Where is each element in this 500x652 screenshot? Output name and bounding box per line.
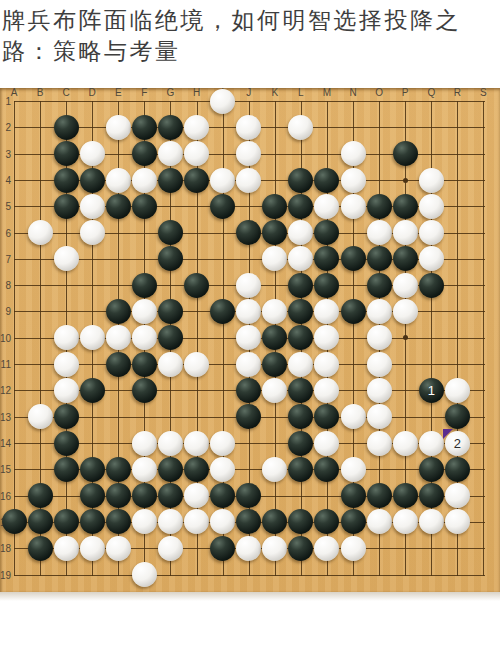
board-point[interactable]: [366, 404, 392, 430]
board-point[interactable]: [392, 272, 418, 298]
board-point[interactable]: [53, 351, 79, 377]
board-point[interactable]: [392, 193, 418, 219]
board-point[interactable]: 2: [444, 430, 470, 456]
black-stone: [288, 273, 313, 298]
board-point[interactable]: [444, 404, 470, 430]
board-point[interactable]: [262, 509, 288, 535]
board-point[interactable]: [131, 167, 157, 193]
board-point[interactable]: [366, 325, 392, 351]
black-stone: [288, 325, 313, 350]
black-stone: [367, 483, 392, 508]
black-stone: [80, 509, 105, 534]
board-point[interactable]: [340, 167, 366, 193]
board-point[interactable]: [392, 219, 418, 245]
board-point[interactable]: [288, 456, 314, 482]
white-stone: [28, 404, 53, 429]
board-point[interactable]: [157, 456, 183, 482]
black-stone: [158, 168, 183, 193]
white-stone: [210, 168, 235, 193]
board-point[interactable]: [131, 482, 157, 508]
board-point[interactable]: [105, 509, 131, 535]
board-point[interactable]: [236, 325, 262, 351]
board-point[interactable]: [184, 430, 210, 456]
board-point[interactable]: [444, 377, 470, 403]
black-stone: [367, 194, 392, 219]
board-point[interactable]: [79, 456, 105, 482]
board-point[interactable]: [210, 535, 236, 561]
board-point[interactable]: [184, 272, 210, 298]
board-point[interactable]: [314, 377, 340, 403]
board-point[interactable]: [288, 272, 314, 298]
board-point[interactable]: [157, 482, 183, 508]
black-stone: [54, 509, 79, 534]
board-point[interactable]: [288, 430, 314, 456]
white-stone: [419, 168, 444, 193]
white-stone: [288, 115, 313, 140]
white-stone: [262, 457, 287, 482]
white-stone: [80, 220, 105, 245]
board-point[interactable]: [157, 167, 183, 193]
board-point[interactable]: [418, 246, 444, 272]
board-point[interactable]: [27, 535, 53, 561]
white-stone: [341, 194, 366, 219]
board-point[interactable]: [314, 509, 340, 535]
board-point[interactable]: [27, 482, 53, 508]
board-point[interactable]: [79, 482, 105, 508]
board-point[interactable]: [340, 404, 366, 430]
black-stone: [262, 325, 287, 350]
board-point[interactable]: [340, 298, 366, 324]
board-point[interactable]: [418, 219, 444, 245]
board-point[interactable]: [105, 482, 131, 508]
board-point[interactable]: [288, 404, 314, 430]
white-stone: [236, 115, 261, 140]
board-point[interactable]: [444, 509, 470, 535]
board-point[interactable]: [53, 404, 79, 430]
board-point[interactable]: [366, 272, 392, 298]
board-point[interactable]: [53, 193, 79, 219]
white-stone: [184, 352, 209, 377]
board-point[interactable]: [288, 298, 314, 324]
board-point[interactable]: [314, 456, 340, 482]
board-point[interactable]: [105, 456, 131, 482]
black-stone: [393, 246, 418, 271]
board-point[interactable]: [418, 272, 444, 298]
board-point[interactable]: [131, 141, 157, 167]
board-point[interactable]: [236, 141, 262, 167]
board-point[interactable]: [236, 167, 262, 193]
board-point[interactable]: [366, 298, 392, 324]
board-point[interactable]: [314, 219, 340, 245]
triangle-marker-icon: [443, 429, 453, 439]
board-point[interactable]: [131, 561, 157, 587]
black-stone: [132, 483, 157, 508]
black-stone: [419, 273, 444, 298]
white-stone: [236, 352, 261, 377]
board-point[interactable]: [53, 377, 79, 403]
black-stone: [106, 483, 131, 508]
board-point[interactable]: [366, 482, 392, 508]
black-stone: [54, 141, 79, 166]
white-stone: [236, 536, 261, 561]
board-point[interactable]: [366, 509, 392, 535]
board-point[interactable]: [53, 114, 79, 140]
board-point[interactable]: [53, 246, 79, 272]
white-stone: [288, 220, 313, 245]
black-stone: [54, 431, 79, 456]
board-point[interactable]: [288, 167, 314, 193]
board-point[interactable]: [210, 509, 236, 535]
board-point[interactable]: [27, 509, 53, 535]
black-stone: [314, 457, 339, 482]
board-point[interactable]: [157, 325, 183, 351]
board-point[interactable]: [53, 430, 79, 456]
board-point[interactable]: [366, 377, 392, 403]
board-point[interactable]: [210, 456, 236, 482]
white-stone: [132, 299, 157, 324]
white-stone: [210, 509, 235, 534]
black-stone: [80, 483, 105, 508]
board-point[interactable]: [79, 509, 105, 535]
white-stone: [210, 431, 235, 456]
board-point[interactable]: [105, 298, 131, 324]
white-stone: [132, 562, 157, 587]
board-point[interactable]: [105, 193, 131, 219]
white-stone: [132, 457, 157, 482]
black-stone: [158, 483, 183, 508]
white-stone: [367, 509, 392, 534]
board-point[interactable]: [236, 114, 262, 140]
board-point[interactable]: [184, 482, 210, 508]
black-stone: [184, 168, 209, 193]
white-stone: [262, 299, 287, 324]
black-stone: [314, 220, 339, 245]
board-point[interactable]: [392, 482, 418, 508]
white-stone: [210, 89, 235, 114]
board-point[interactable]: [444, 456, 470, 482]
board-point[interactable]: [288, 193, 314, 219]
board-point[interactable]: [131, 456, 157, 482]
board-point[interactable]: [157, 351, 183, 377]
board-point[interactable]: [340, 456, 366, 482]
white-stone: [393, 273, 418, 298]
board-point[interactable]: [418, 482, 444, 508]
black-stone: [341, 509, 366, 534]
white-stone: [288, 352, 313, 377]
board-point[interactable]: [27, 404, 53, 430]
board-point[interactable]: [131, 193, 157, 219]
black-stone: [210, 536, 235, 561]
board-point[interactable]: [392, 430, 418, 456]
board-point[interactable]: [444, 482, 470, 508]
board-point[interactable]: [262, 298, 288, 324]
white-stone: [54, 536, 79, 561]
board-point[interactable]: [366, 430, 392, 456]
board-point[interactable]: 1: [418, 377, 444, 403]
board-point[interactable]: [262, 456, 288, 482]
board-point[interactable]: [340, 482, 366, 508]
white-stone: [54, 325, 79, 350]
board-point[interactable]: [131, 298, 157, 324]
board-point[interactable]: [340, 141, 366, 167]
board-point[interactable]: [418, 509, 444, 535]
black-stone: [262, 352, 287, 377]
board-point[interactable]: [53, 535, 79, 561]
black-stone: [132, 273, 157, 298]
board-point[interactable]: [105, 325, 131, 351]
board-point[interactable]: [105, 535, 131, 561]
board-point[interactable]: [288, 377, 314, 403]
white-stone: [54, 246, 79, 271]
white-stone: [314, 325, 339, 350]
board-point[interactable]: [131, 509, 157, 535]
board-point[interactable]: [314, 351, 340, 377]
board-point[interactable]: [340, 246, 366, 272]
board-point[interactable]: [314, 298, 340, 324]
black-stone: [54, 168, 79, 193]
white-stone: [54, 378, 79, 403]
black-stone: [367, 273, 392, 298]
black-stone: [106, 457, 131, 482]
board-point[interactable]: [418, 167, 444, 193]
board-point[interactable]: [262, 377, 288, 403]
board-point[interactable]: [105, 351, 131, 377]
black-stone: [236, 220, 261, 245]
white-stone: [367, 325, 392, 350]
board-point[interactable]: [236, 298, 262, 324]
white-stone: [341, 141, 366, 166]
board-point[interactable]: [392, 141, 418, 167]
white-stone: [367, 352, 392, 377]
board-point[interactable]: [392, 298, 418, 324]
board-point[interactable]: [210, 167, 236, 193]
black-stone: [158, 457, 183, 482]
black-stone: [28, 536, 53, 561]
board-point[interactable]: [236, 351, 262, 377]
board-point[interactable]: [236, 509, 262, 535]
white-stone: [158, 536, 183, 561]
black-stone: [236, 483, 261, 508]
board-point[interactable]: [288, 219, 314, 245]
white-stone: [367, 404, 392, 429]
page-title: 牌兵布阵面临绝境，如何明智选择投降之路：策略与考量: [0, 0, 500, 67]
board-point[interactable]: [340, 535, 366, 561]
board-point[interactable]: [79, 325, 105, 351]
board-point[interactable]: [53, 509, 79, 535]
black-stone: [341, 246, 366, 271]
board-point[interactable]: [366, 219, 392, 245]
board-point[interactable]: [236, 219, 262, 245]
board-point[interactable]: [210, 430, 236, 456]
board-point[interactable]: [288, 246, 314, 272]
board-point[interactable]: [131, 351, 157, 377]
board-point[interactable]: [131, 325, 157, 351]
black-stone: [393, 194, 418, 219]
board-point[interactable]: [79, 167, 105, 193]
white-stone: [80, 536, 105, 561]
black-stone: [106, 352, 131, 377]
white-stone: [132, 168, 157, 193]
white-stone: [54, 352, 79, 377]
white-stone: [80, 194, 105, 219]
board-point[interactable]: [236, 535, 262, 561]
board-point[interactable]: [184, 351, 210, 377]
black-stone: [28, 483, 53, 508]
black-stone: [236, 404, 261, 429]
white-stone: [262, 246, 287, 271]
board-point[interactable]: [131, 377, 157, 403]
board-grid: 12: [1, 88, 496, 588]
board-point[interactable]: [157, 509, 183, 535]
black-stone: [184, 457, 209, 482]
black-stone: [262, 509, 287, 534]
board-point[interactable]: [288, 535, 314, 561]
board-point[interactable]: [157, 535, 183, 561]
white-stone: [367, 220, 392, 245]
board-point[interactable]: [366, 351, 392, 377]
white-stone: [106, 536, 131, 561]
board-point[interactable]: [157, 219, 183, 245]
board-point[interactable]: [27, 219, 53, 245]
black-stone: [28, 509, 53, 534]
board-point[interactable]: [340, 509, 366, 535]
board-point[interactable]: [157, 298, 183, 324]
board-point[interactable]: [314, 246, 340, 272]
board-point[interactable]: [157, 430, 183, 456]
board-point[interactable]: [79, 219, 105, 245]
white-stone: [367, 299, 392, 324]
board-point[interactable]: [210, 193, 236, 219]
board-point[interactable]: [131, 272, 157, 298]
white-stone: [184, 509, 209, 534]
board-point[interactable]: [314, 404, 340, 430]
white-stone: [262, 378, 287, 403]
board-point[interactable]: [184, 456, 210, 482]
white-stone: [445, 483, 470, 508]
white-stone: [393, 509, 418, 534]
white-stone: [236, 325, 261, 350]
black-stone: [236, 509, 261, 534]
black-stone: [54, 115, 79, 140]
black-stone: [367, 246, 392, 271]
board-point[interactable]: [314, 430, 340, 456]
board-point[interactable]: [157, 141, 183, 167]
board-point[interactable]: [157, 114, 183, 140]
white-stone: [314, 299, 339, 324]
board-point[interactable]: [105, 114, 131, 140]
white-stone: [341, 457, 366, 482]
board-point[interactable]: [236, 272, 262, 298]
board-point[interactable]: [131, 430, 157, 456]
white-stone: [367, 378, 392, 403]
board-point[interactable]: [131, 114, 157, 140]
board-point[interactable]: [210, 298, 236, 324]
board-point[interactable]: [53, 167, 79, 193]
black-stone: [262, 194, 287, 219]
board-point[interactable]: [262, 193, 288, 219]
white-stone: [419, 509, 444, 534]
white-stone: [341, 168, 366, 193]
board-point[interactable]: [184, 167, 210, 193]
white-stone: [80, 325, 105, 350]
board-point[interactable]: [79, 377, 105, 403]
white-stone: [184, 115, 209, 140]
white-stone: [106, 115, 131, 140]
board-point[interactable]: [184, 509, 210, 535]
black-stone: [288, 431, 313, 456]
black-stone: [132, 352, 157, 377]
board-point[interactable]: [288, 509, 314, 535]
white-stone: [445, 509, 470, 534]
white-stone: [341, 536, 366, 561]
black-stone: [80, 378, 105, 403]
black-stone: [210, 194, 235, 219]
board-point[interactable]: [418, 430, 444, 456]
white-stone: [106, 168, 131, 193]
board-point[interactable]: [53, 325, 79, 351]
board-point[interactable]: [236, 377, 262, 403]
board-point[interactable]: [210, 88, 236, 114]
white-stone: [288, 246, 313, 271]
board-point[interactable]: [288, 325, 314, 351]
board-point[interactable]: [105, 167, 131, 193]
board-point[interactable]: [210, 482, 236, 508]
black-stone: [314, 509, 339, 534]
board-point[interactable]: [236, 404, 262, 430]
board-point[interactable]: [79, 535, 105, 561]
board-point[interactable]: [314, 535, 340, 561]
board-point[interactable]: [418, 456, 444, 482]
board-point[interactable]: [262, 325, 288, 351]
black-stone: [210, 299, 235, 324]
board-point[interactable]: [157, 246, 183, 272]
board-point[interactable]: [340, 193, 366, 219]
board-point[interactable]: [79, 141, 105, 167]
board-point[interactable]: [288, 114, 314, 140]
board-point[interactable]: [392, 246, 418, 272]
black-stone: [314, 168, 339, 193]
white-stone: [314, 431, 339, 456]
board-point[interactable]: [53, 141, 79, 167]
white-stone: [393, 299, 418, 324]
board-point[interactable]: [418, 193, 444, 219]
board-point[interactable]: [314, 193, 340, 219]
board-point[interactable]: [262, 246, 288, 272]
white-stone: [445, 378, 470, 403]
board-point[interactable]: [314, 272, 340, 298]
black-stone: [80, 457, 105, 482]
white-stone: [236, 168, 261, 193]
black-stone: [54, 404, 79, 429]
board-point[interactable]: [314, 325, 340, 351]
board-point[interactable]: [314, 167, 340, 193]
board-point[interactable]: [288, 351, 314, 377]
board-point[interactable]: [366, 246, 392, 272]
board-point[interactable]: [79, 193, 105, 219]
board-point[interactable]: [184, 114, 210, 140]
board-point[interactable]: [53, 456, 79, 482]
board-point[interactable]: [1, 509, 27, 535]
board-point[interactable]: [184, 141, 210, 167]
board-point[interactable]: [366, 193, 392, 219]
board-point[interactable]: [262, 535, 288, 561]
white-stone: [184, 483, 209, 508]
white-stone: [184, 141, 209, 166]
board-point[interactable]: [236, 482, 262, 508]
board-point[interactable]: [392, 509, 418, 535]
board-point[interactable]: [262, 219, 288, 245]
board-point[interactable]: [262, 351, 288, 377]
